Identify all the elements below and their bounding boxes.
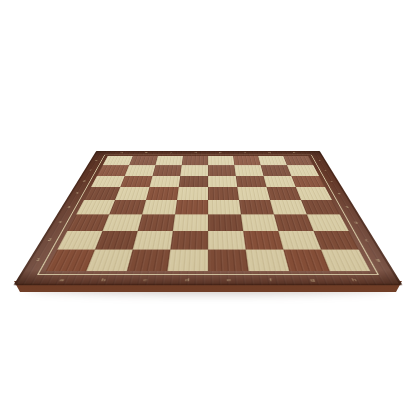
file-label-h: h	[332, 277, 376, 283]
square-h6	[291, 176, 325, 187]
square-e5	[208, 187, 239, 200]
square-h1	[321, 250, 370, 272]
square-f4	[239, 200, 274, 214]
square-e6	[208, 176, 237, 187]
rank-label-2: 2	[319, 165, 332, 175]
square-f1	[246, 250, 289, 272]
square-f2	[243, 231, 283, 250]
file-label-c: c	[124, 277, 167, 283]
square-c5	[146, 187, 179, 200]
file-label-a: a	[282, 152, 308, 154]
file-label-f: f	[249, 277, 292, 283]
rank-label-6: 6	[347, 214, 365, 230]
rank-label-1: 1	[314, 156, 326, 165]
square-e3	[208, 214, 243, 230]
square-f6	[236, 176, 267, 187]
square-e4	[208, 200, 241, 214]
file-label-b: b	[82, 277, 126, 283]
square-b2	[95, 231, 138, 250]
square-b3	[103, 214, 143, 230]
square-d6	[179, 176, 208, 187]
file-label-b: b	[257, 152, 282, 154]
rank-label-5: 5	[339, 200, 356, 214]
square-c7	[153, 165, 182, 175]
square-b5	[115, 187, 149, 200]
board-squares	[46, 156, 371, 271]
square-c1	[127, 250, 170, 272]
square-d8	[182, 156, 208, 165]
square-f5	[237, 187, 270, 200]
rank-label-6: 6	[77, 176, 91, 187]
chessboard-product-photo: abcdefgh abcdefgh 87654321 87654321	[0, 0, 416, 416]
square-g8	[258, 156, 287, 165]
file-labels-bottom: abcdefgh	[39, 277, 376, 283]
square-c2	[133, 231, 173, 250]
file-label-e: e	[183, 152, 208, 154]
square-b7	[125, 165, 156, 175]
square-f7	[234, 165, 263, 175]
perspective-wrapper: abcdefgh abcdefgh 87654321 87654321	[0, 0, 416, 416]
square-f3	[241, 214, 278, 230]
rank-label-4: 4	[332, 187, 347, 200]
square-b6	[120, 176, 152, 187]
square-c6	[149, 176, 180, 187]
square-e2	[208, 231, 246, 250]
chessboard: abcdefgh abcdefgh 87654321 87654321	[13, 151, 402, 285]
square-d1	[167, 250, 208, 272]
square-h3	[307, 214, 349, 230]
square-b8	[129, 156, 158, 165]
square-e1	[208, 250, 249, 272]
square-c3	[138, 214, 175, 230]
square-d3	[173, 214, 208, 230]
rank-label-8: 8	[90, 156, 102, 165]
rank-label-8: 8	[367, 250, 390, 272]
square-d4	[175, 200, 208, 214]
file-labels-top: abcdefgh	[109, 152, 307, 154]
square-f8	[233, 156, 261, 165]
file-label-c: c	[233, 152, 258, 154]
rank-label-3: 3	[50, 214, 68, 230]
file-label-d: d	[166, 277, 208, 283]
rank-label-1: 1	[26, 250, 49, 272]
square-g7	[261, 165, 292, 175]
square-h8	[283, 156, 313, 165]
square-d2	[170, 231, 208, 250]
file-label-e: e	[208, 277, 250, 283]
rank-label-7: 7	[84, 165, 97, 175]
file-label-d: d	[208, 152, 233, 154]
rank-label-7: 7	[357, 231, 377, 250]
rank-label-5: 5	[69, 187, 84, 200]
square-h2	[313, 231, 358, 250]
square-h5	[296, 187, 332, 200]
rank-label-3: 3	[325, 176, 339, 187]
square-c4	[142, 200, 177, 214]
square-d5	[177, 187, 208, 200]
file-label-g: g	[134, 152, 159, 154]
rank-label-4: 4	[60, 200, 77, 214]
square-e8	[208, 156, 234, 165]
square-d7	[180, 165, 208, 175]
rank-label-2: 2	[39, 231, 59, 250]
file-label-g: g	[291, 277, 335, 283]
file-label-h: h	[109, 152, 135, 154]
square-b1	[86, 250, 132, 272]
square-h4	[301, 200, 340, 214]
square-h7	[287, 165, 319, 175]
file-label-f: f	[158, 152, 183, 154]
square-c8	[155, 156, 183, 165]
square-b4	[109, 200, 146, 214]
file-label-a: a	[39, 277, 83, 283]
square-e7	[208, 165, 236, 175]
